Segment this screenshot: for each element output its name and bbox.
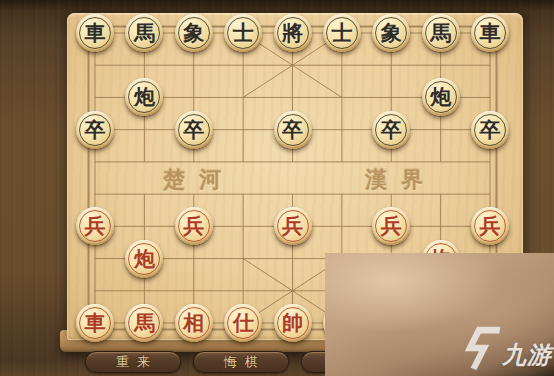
- piece-glyph: 兵: [480, 207, 501, 245]
- piece-black-cannon[interactable]: 炮: [125, 78, 163, 116]
- piece-glyph: 馬: [134, 14, 155, 52]
- jiuyou-watermark-text: 九游: [502, 343, 552, 372]
- piece-glyph: 象: [183, 14, 204, 52]
- piece-glyph: 兵: [183, 207, 204, 245]
- piece-black-elephant[interactable]: 象: [372, 14, 410, 52]
- piece-black-horse[interactable]: 馬: [125, 14, 163, 52]
- piece-glyph: 仕: [233, 304, 254, 342]
- piece-glyph: 馬: [134, 304, 155, 342]
- xiangqi-game-screen: 楚河 漢界 車馬象士將士象馬車炮炮卒卒卒卒卒兵兵兵兵兵炮炮車馬相仕帥仕相馬車 重…: [0, 0, 554, 376]
- piece-glyph: 炮: [134, 240, 155, 278]
- piece-glyph: 兵: [85, 207, 106, 245]
- piece-black-soldier[interactable]: 卒: [372, 111, 410, 149]
- piece-red-chariot[interactable]: 車: [76, 304, 114, 342]
- piece-black-advisor[interactable]: 士: [323, 14, 361, 52]
- piece-red-elephant[interactable]: 相: [175, 304, 213, 342]
- piece-red-soldier[interactable]: 兵: [76, 207, 114, 245]
- piece-red-advisor[interactable]: 仕: [224, 304, 262, 342]
- piece-glyph: 帥: [282, 304, 303, 342]
- piece-black-chariot[interactable]: 車: [471, 14, 509, 52]
- piece-red-soldier[interactable]: 兵: [372, 207, 410, 245]
- undo-button-label: 悔棋: [224, 353, 266, 371]
- piece-glyph: 車: [85, 304, 106, 342]
- piece-black-soldier[interactable]: 卒: [274, 111, 312, 149]
- piece-glyph: 卒: [85, 111, 106, 149]
- piece-glyph: 象: [381, 14, 402, 52]
- jiuyou-watermark: 九游: [465, 326, 552, 372]
- piece-black-general[interactable]: 將: [274, 14, 312, 52]
- piece-glyph: 兵: [282, 207, 303, 245]
- piece-glyph: 卒: [480, 111, 501, 149]
- piece-red-soldier[interactable]: 兵: [471, 207, 509, 245]
- undo-move-button[interactable]: 悔棋: [193, 351, 289, 373]
- piece-glyph: 士: [233, 14, 254, 52]
- piece-glyph: 炮: [430, 78, 451, 116]
- piece-black-soldier[interactable]: 卒: [76, 111, 114, 149]
- piece-red-soldier[interactable]: 兵: [175, 207, 213, 245]
- piece-glyph: 車: [480, 14, 501, 52]
- piece-glyph: 將: [282, 14, 303, 52]
- restart-button-label: 重来: [116, 353, 158, 371]
- piece-red-general[interactable]: 帥: [274, 304, 312, 342]
- piece-red-cannon[interactable]: 炮: [125, 240, 163, 278]
- piece-glyph: 卒: [282, 111, 303, 149]
- piece-black-chariot[interactable]: 車: [76, 14, 114, 52]
- piece-glyph: 馬: [430, 14, 451, 52]
- piece-glyph: 士: [331, 14, 352, 52]
- piece-black-soldier[interactable]: 卒: [471, 111, 509, 149]
- piece-black-advisor[interactable]: 士: [224, 14, 262, 52]
- piece-glyph: 卒: [381, 111, 402, 149]
- piece-glyph: 相: [183, 304, 204, 342]
- piece-glyph: 車: [85, 14, 106, 52]
- piece-black-elephant[interactable]: 象: [175, 14, 213, 52]
- piece-glyph: 卒: [183, 111, 204, 149]
- piece-glyph: 兵: [381, 207, 402, 245]
- piece-glyph: 炮: [134, 78, 155, 116]
- piece-red-horse[interactable]: 馬: [125, 304, 163, 342]
- restart-button[interactable]: 重来: [85, 351, 181, 373]
- piece-black-cannon[interactable]: 炮: [422, 78, 460, 116]
- jiuyou-logo-icon: [462, 326, 502, 372]
- piece-black-soldier[interactable]: 卒: [175, 111, 213, 149]
- piece-red-soldier[interactable]: 兵: [274, 207, 312, 245]
- piece-black-horse[interactable]: 馬: [422, 14, 460, 52]
